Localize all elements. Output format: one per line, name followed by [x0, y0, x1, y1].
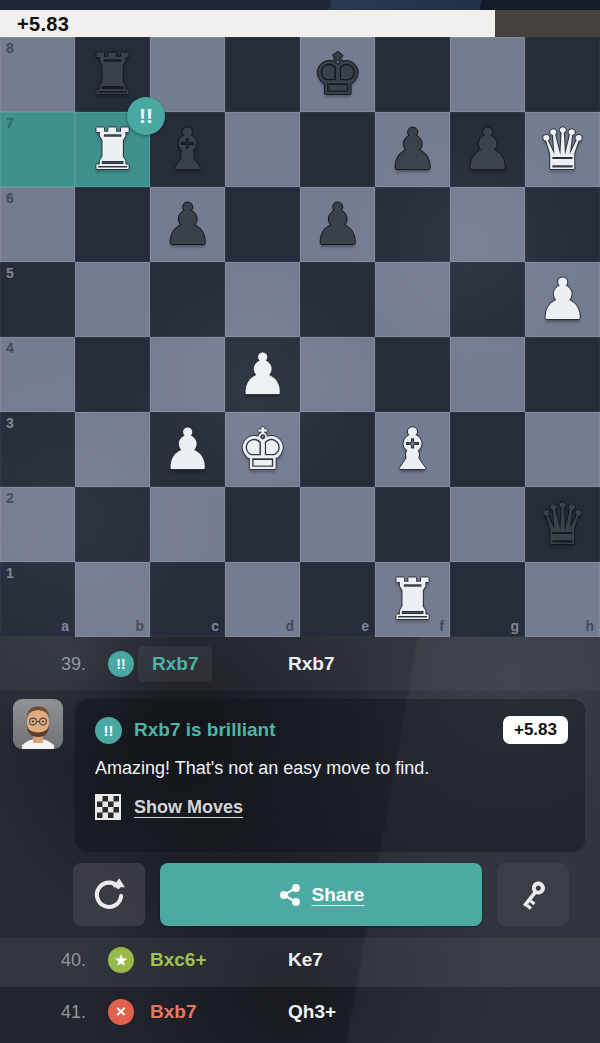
brilliant-icon: !! — [108, 651, 134, 677]
show-moves-button[interactable]: Show Moves — [95, 794, 568, 820]
coach-avatar-image — [13, 699, 63, 749]
piece-black: ♟ — [150, 187, 225, 262]
file-label: g — [510, 618, 519, 634]
square-g4[interactable] — [450, 337, 525, 412]
square-g5[interactable] — [450, 262, 525, 337]
share-icon — [278, 883, 302, 907]
square-c3[interactable]: ♟ — [150, 412, 225, 487]
square-c8[interactable] — [150, 37, 225, 112]
piece-black: ♚ — [300, 37, 375, 112]
great-move-star-icon: ★ — [108, 947, 134, 973]
square-a6[interactable]: 6 — [0, 187, 75, 262]
comment-body: Amazing! That's not an easy move to find… — [95, 758, 568, 779]
square-g7[interactable]: ♟ — [450, 112, 525, 187]
file-label: c — [211, 618, 219, 634]
square-f4[interactable] — [375, 337, 450, 412]
coach-avatar — [13, 699, 63, 749]
black-move[interactable]: Qh3+ — [288, 1001, 336, 1023]
piece-black: ♟ — [300, 187, 375, 262]
square-h5[interactable]: ♟ — [525, 262, 600, 337]
square-d6[interactable] — [225, 187, 300, 262]
square-e4[interactable] — [300, 337, 375, 412]
square-e1[interactable]: e — [300, 562, 375, 637]
square-d4[interactable]: ♟ — [225, 337, 300, 412]
file-label: d — [285, 618, 294, 634]
square-f8[interactable] — [375, 37, 450, 112]
share-button[interactable]: Share — [160, 863, 482, 926]
rank-label: 4 — [6, 340, 14, 356]
rank-label: 8 — [6, 40, 14, 56]
square-f5[interactable] — [375, 262, 450, 337]
move-number: 41. — [36, 1001, 86, 1022]
refresh-icon — [91, 877, 127, 913]
piece-black: ♟ — [450, 112, 525, 187]
rank-label: 7 — [6, 115, 14, 131]
piece-black: ♟ — [375, 112, 450, 187]
rank-label: 5 — [6, 265, 14, 281]
piece-black: ♛ — [525, 487, 600, 562]
analysis-panel: 39. !! Rxb7 Rxb7 — [0, 637, 600, 1043]
rank-label: 3 — [6, 415, 14, 431]
file-label: h — [585, 618, 594, 634]
analysis-screen: +5.83 8♜♚7♜♝♟♟♛6♟♟5♟4♟3♟♚♝2♛1abcdef♜gh !… — [0, 0, 600, 1043]
comment-title: Rxb7 is brilliant — [134, 719, 275, 741]
square-c5[interactable] — [150, 262, 225, 337]
white-move-selected[interactable]: Rxb7 — [138, 646, 212, 682]
square-a5[interactable]: 5 — [0, 262, 75, 337]
square-b5[interactable] — [75, 262, 150, 337]
piece-white: ♟ — [150, 412, 225, 487]
square-d7[interactable] — [225, 112, 300, 187]
square-a1[interactable]: 1a — [0, 562, 75, 637]
background-photo-strip — [0, 0, 600, 10]
brilliant-icon: !! — [95, 717, 122, 744]
square-g8[interactable] — [450, 37, 525, 112]
black-move[interactable]: Ke7 — [288, 949, 323, 971]
square-e5[interactable] — [300, 262, 375, 337]
square-f7[interactable]: ♟ — [375, 112, 450, 187]
square-h3[interactable] — [525, 412, 600, 487]
action-buttons-row: Share — [73, 863, 569, 926]
move-row-41: 41. × Bxb7 Qh3+ — [0, 987, 600, 1043]
piece-white: ♚ — [225, 412, 300, 487]
rank-label: 2 — [6, 490, 14, 506]
square-c4[interactable] — [150, 337, 225, 412]
file-label: a — [61, 618, 69, 634]
square-a4[interactable]: 4 — [0, 337, 75, 412]
square-d1[interactable]: d — [225, 562, 300, 637]
square-h4[interactable] — [525, 337, 600, 412]
square-d5[interactable] — [225, 262, 300, 337]
piece-white: ♟ — [225, 337, 300, 412]
square-h1[interactable]: h — [525, 562, 600, 637]
square-e7[interactable] — [300, 112, 375, 187]
square-f3[interactable]: ♝ — [375, 412, 450, 487]
file-label: b — [135, 618, 144, 634]
white-move[interactable]: Bxc6+ — [150, 949, 207, 971]
square-c6[interactable]: ♟ — [150, 187, 225, 262]
square-h7[interactable]: ♛ — [525, 112, 600, 187]
piece-white: ♟ — [525, 262, 600, 337]
file-label: e — [361, 618, 369, 634]
square-g2[interactable] — [450, 487, 525, 562]
move-number: 39. — [36, 654, 86, 675]
square-e8[interactable]: ♚ — [300, 37, 375, 112]
square-c1[interactable]: c — [150, 562, 225, 637]
square-h8[interactable] — [525, 37, 600, 112]
eval-bar-white-side — [0, 10, 495, 37]
square-h2[interactable]: ♛ — [525, 487, 600, 562]
rank-label: 6 — [6, 190, 14, 206]
square-f6[interactable] — [375, 187, 450, 262]
square-b4[interactable] — [75, 337, 150, 412]
coach-comment-bubble: !! Rxb7 is brilliant +5.83 Amazing! That… — [75, 699, 585, 852]
square-d3[interactable]: ♚ — [225, 412, 300, 487]
eval-bar: +5.83 — [0, 10, 600, 37]
piece-white: ♝ — [375, 412, 450, 487]
square-c2[interactable] — [150, 487, 225, 562]
square-a7[interactable]: 7 — [0, 112, 75, 187]
square-e3[interactable] — [300, 412, 375, 487]
square-d8[interactable] — [225, 37, 300, 112]
move-number: 40. — [36, 949, 86, 970]
square-b3[interactable] — [75, 412, 150, 487]
square-b1[interactable]: b — [75, 562, 150, 637]
mini-board-icon — [95, 794, 121, 820]
square-a3[interactable]: 3 — [0, 412, 75, 487]
square-g1[interactable]: g — [450, 562, 525, 637]
square-b2[interactable] — [75, 487, 150, 562]
move-row-40: 40. ★ Bxc6+ Ke7 — [0, 938, 600, 987]
retry-button[interactable] — [73, 863, 145, 926]
mistake-x-icon: × — [108, 999, 134, 1025]
square-a2[interactable]: 2 — [0, 487, 75, 562]
brilliant-move-badge-icon: !! — [127, 97, 165, 135]
square-e2[interactable] — [300, 487, 375, 562]
eval-badge: +5.83 — [503, 716, 568, 744]
piece-white: ♜ — [375, 562, 450, 637]
square-a8[interactable]: 8 — [0, 37, 75, 112]
square-f1[interactable]: f♜ — [375, 562, 450, 637]
square-e6[interactable]: ♟ — [300, 187, 375, 262]
key-moment-button[interactable] — [497, 863, 569, 926]
square-b6[interactable] — [75, 187, 150, 262]
key-icon — [516, 878, 550, 912]
share-label: Share — [312, 884, 365, 906]
square-f2[interactable] — [375, 487, 450, 562]
white-move[interactable]: Bxb7 — [150, 1001, 196, 1023]
square-g3[interactable] — [450, 412, 525, 487]
show-moves-label: Show Moves — [134, 797, 243, 818]
square-g6[interactable] — [450, 187, 525, 262]
rank-label: 1 — [6, 565, 14, 581]
square-h6[interactable] — [525, 187, 600, 262]
eval-score: +5.83 — [17, 12, 69, 35]
move-row-39: 39. !! Rxb7 Rxb7 — [0, 637, 600, 691]
piece-white: ♛ — [525, 112, 600, 187]
chess-board: 8♜♚7♜♝♟♟♛6♟♟5♟4♟3♟♚♝2♛1abcdef♜gh — [0, 37, 600, 637]
black-move[interactable]: Rxb7 — [288, 653, 334, 675]
square-d2[interactable] — [225, 487, 300, 562]
